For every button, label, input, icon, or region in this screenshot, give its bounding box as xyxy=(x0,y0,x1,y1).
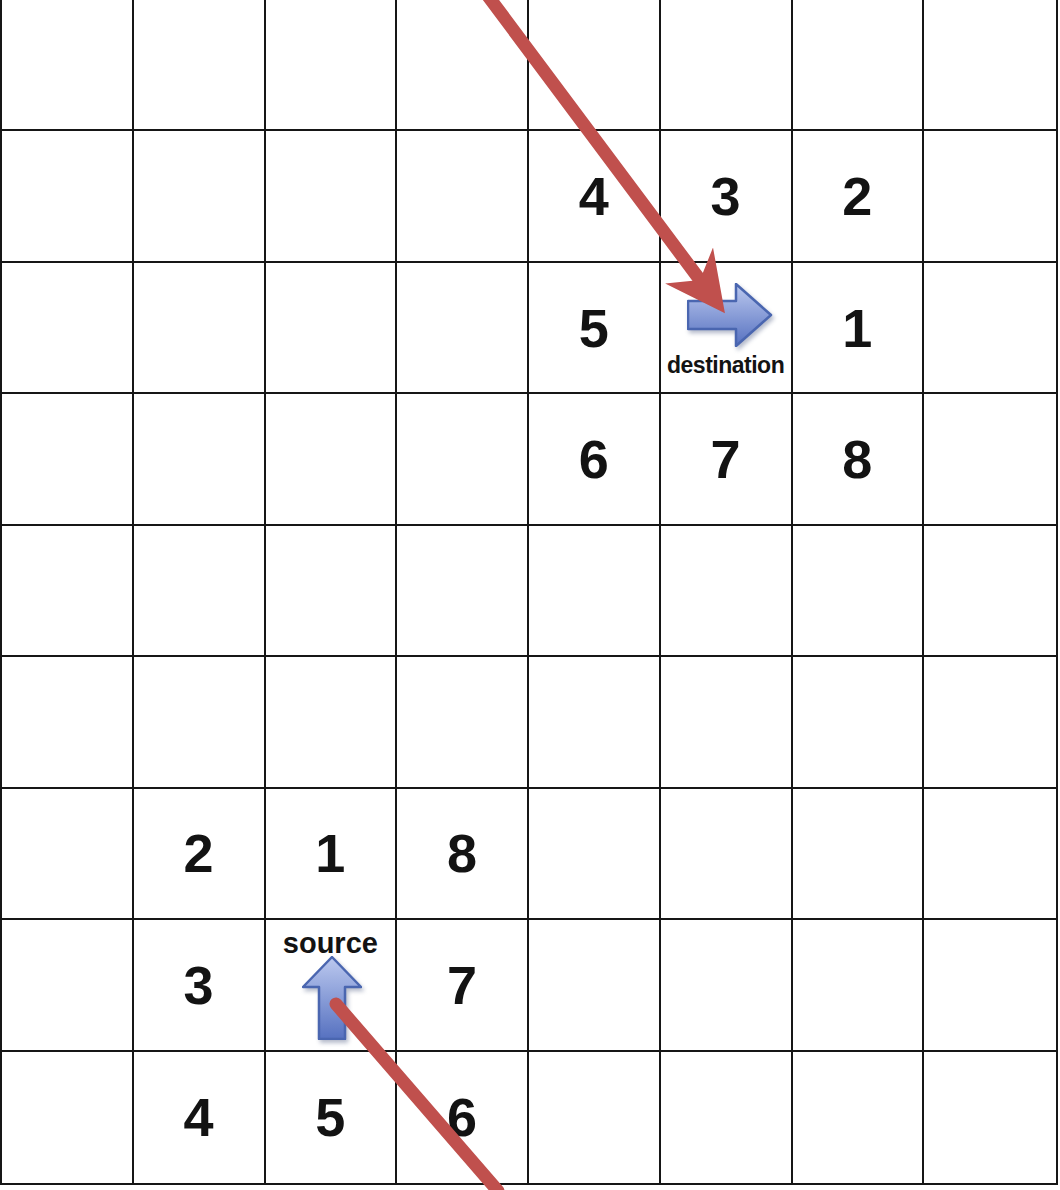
cell-r9c1 xyxy=(2,1052,134,1183)
destination-arrow-icon xyxy=(687,283,773,347)
cell-r9c7 xyxy=(793,1052,925,1183)
cell-r1c1 xyxy=(2,0,134,131)
cell-r8c1 xyxy=(2,920,134,1051)
cell-r1c6 xyxy=(661,0,793,131)
cell-r6c5 xyxy=(529,657,661,788)
cell-r3c3 xyxy=(266,263,398,394)
cell-r9c6 xyxy=(661,1052,793,1183)
source-label: source xyxy=(266,929,396,958)
cell-r9c5 xyxy=(529,1052,661,1183)
cell-r5c6 xyxy=(661,526,793,657)
board-grid: 4325destination16782183source7456 xyxy=(0,0,1058,1185)
cell-r4c4 xyxy=(397,394,529,525)
cell-r6c6 xyxy=(661,657,793,788)
cell-r2c1 xyxy=(2,131,134,262)
cell-r5c1 xyxy=(2,526,134,657)
cell-r3c5: 5 xyxy=(529,263,661,394)
destination-label: destination xyxy=(661,354,791,377)
cell-r6c8 xyxy=(924,657,1056,788)
direction-number: 6 xyxy=(579,432,609,486)
direction-number: 4 xyxy=(579,169,609,223)
direction-number: 8 xyxy=(447,826,477,880)
cell-r5c7 xyxy=(793,526,925,657)
direction-number: 7 xyxy=(447,958,477,1012)
cell-r2c4 xyxy=(397,131,529,262)
direction-number: 2 xyxy=(184,826,214,880)
cell-r7c4: 8 xyxy=(397,789,529,920)
cell-r2c7: 2 xyxy=(793,131,925,262)
cell-r4c7: 8 xyxy=(793,394,925,525)
cell-r4c1 xyxy=(2,394,134,525)
cell-r2c6: 3 xyxy=(661,131,793,262)
cell-r7c7 xyxy=(793,789,925,920)
cell-r1c3 xyxy=(266,0,398,131)
cell-r7c5 xyxy=(529,789,661,920)
cell-r5c2 xyxy=(134,526,266,657)
direction-number: 2 xyxy=(842,169,872,223)
cell-r3c2 xyxy=(134,263,266,394)
cell-r8c3: source xyxy=(266,920,398,1051)
cell-r4c5: 6 xyxy=(529,394,661,525)
cell-r6c4 xyxy=(397,657,529,788)
cell-r6c7 xyxy=(793,657,925,788)
cell-r3c6: destination xyxy=(661,263,793,394)
cell-r1c7 xyxy=(793,0,925,131)
cell-r7c8 xyxy=(924,789,1056,920)
direction-number: 5 xyxy=(315,1090,345,1144)
direction-number: 1 xyxy=(315,826,345,880)
cell-r9c8 xyxy=(924,1052,1056,1183)
cell-r7c2: 2 xyxy=(134,789,266,920)
cell-r2c5: 4 xyxy=(529,131,661,262)
cell-r3c8 xyxy=(924,263,1056,394)
cell-r8c7 xyxy=(793,920,925,1051)
cell-r4c3 xyxy=(266,394,398,525)
direction-number: 7 xyxy=(711,432,741,486)
cell-r1c5 xyxy=(529,0,661,131)
cell-r7c1 xyxy=(2,789,134,920)
cell-r9c4: 6 xyxy=(397,1052,529,1183)
cell-r2c2 xyxy=(134,131,266,262)
cell-r1c8 xyxy=(924,0,1056,131)
cell-r2c3 xyxy=(266,131,398,262)
cell-r6c3 xyxy=(266,657,398,788)
cell-r4c2 xyxy=(134,394,266,525)
direction-number: 6 xyxy=(447,1090,477,1144)
cell-r5c4 xyxy=(397,526,529,657)
cell-r6c1 xyxy=(2,657,134,788)
direction-number: 8 xyxy=(842,432,872,486)
cell-r8c6 xyxy=(661,920,793,1051)
cell-r1c2 xyxy=(134,0,266,131)
source-arrow-icon xyxy=(302,956,362,1040)
cell-r3c4 xyxy=(397,263,529,394)
direction-number: 5 xyxy=(579,301,609,355)
direction-number: 1 xyxy=(842,301,872,355)
cell-r5c3 xyxy=(266,526,398,657)
cell-r8c4: 7 xyxy=(397,920,529,1051)
cell-r5c5 xyxy=(529,526,661,657)
direction-number: 4 xyxy=(184,1090,214,1144)
direction-number: 3 xyxy=(184,958,214,1012)
cell-r9c2: 4 xyxy=(134,1052,266,1183)
cell-r2c8 xyxy=(924,131,1056,262)
cell-r9c3: 5 xyxy=(266,1052,398,1183)
cell-r6c2 xyxy=(134,657,266,788)
cell-r1c4 xyxy=(397,0,529,131)
move-direction-diagram: 4325destination16782183source7456 xyxy=(0,0,1060,1190)
cell-r3c7: 1 xyxy=(793,263,925,394)
cell-r4c6: 7 xyxy=(661,394,793,525)
cell-r8c5 xyxy=(529,920,661,1051)
cell-r5c8 xyxy=(924,526,1056,657)
cell-r7c6 xyxy=(661,789,793,920)
cell-r7c3: 1 xyxy=(266,789,398,920)
direction-number: 3 xyxy=(711,169,741,223)
cell-r3c1 xyxy=(2,263,134,394)
cell-r8c2: 3 xyxy=(134,920,266,1051)
cell-r8c8 xyxy=(924,920,1056,1051)
cell-r4c8 xyxy=(924,394,1056,525)
